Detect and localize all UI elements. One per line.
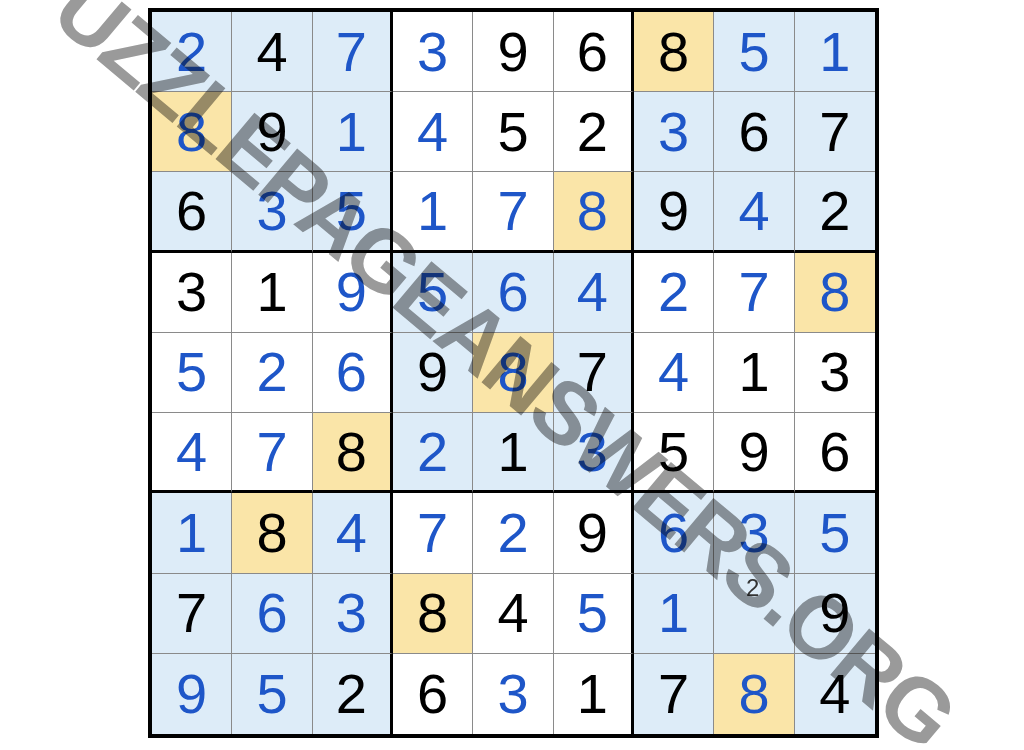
cell-r3c4[interactable]: 1 <box>393 172 473 252</box>
digit: 6 <box>336 344 367 400</box>
cell-r5c6[interactable]: 7 <box>554 333 634 413</box>
cell-r8c8[interactable]: 2 <box>714 574 794 654</box>
cell-r9c4[interactable]: 6 <box>393 654 473 734</box>
cell-r3c7[interactable]: 9 <box>634 172 714 252</box>
digit: 4 <box>658 344 689 400</box>
cell-r8c6[interactable]: 5 <box>554 574 634 654</box>
cell-r2c3[interactable]: 1 <box>313 92 393 172</box>
digit: 1 <box>176 505 207 561</box>
cell-r7c6[interactable]: 9 <box>554 493 634 573</box>
digit: 6 <box>417 666 448 722</box>
cell-r5c8[interactable]: 1 <box>714 333 794 413</box>
digit: 6 <box>497 264 528 320</box>
cell-r8c4[interactable]: 8 <box>393 574 473 654</box>
digit: 3 <box>256 183 287 239</box>
digit: 4 <box>497 585 528 641</box>
cell-r2c8[interactable]: 6 <box>714 92 794 172</box>
digit: 9 <box>417 344 448 400</box>
digit: 4 <box>256 24 287 80</box>
digit: 7 <box>417 505 448 561</box>
cell-r6c1[interactable]: 4 <box>152 413 232 493</box>
cell-r8c9[interactable]: 9 <box>795 574 875 654</box>
digit: 9 <box>658 183 689 239</box>
cell-r3c5[interactable]: 7 <box>473 172 553 252</box>
cell-r6c5[interactable]: 1 <box>473 413 553 493</box>
digit: 5 <box>577 585 608 641</box>
cell-r4c1[interactable]: 3 <box>152 253 232 333</box>
digit: 1 <box>336 104 367 160</box>
digit: 1 <box>658 585 689 641</box>
cell-r8c1[interactable]: 7 <box>152 574 232 654</box>
digit: 3 <box>577 424 608 480</box>
digit: 5 <box>497 104 528 160</box>
cell-r7c1[interactable]: 1 <box>152 493 232 573</box>
cell-r2c1[interactable]: 8 <box>152 92 232 172</box>
digit: 3 <box>819 344 850 400</box>
cell-r1c1[interactable]: 2 <box>152 12 232 92</box>
cell-r1c4[interactable]: 3 <box>393 12 473 92</box>
cell-r8c3[interactable]: 3 <box>313 574 393 654</box>
cell-r1c2[interactable]: 4 <box>232 12 312 92</box>
cell-r3c6[interactable]: 8 <box>554 172 634 252</box>
cell-r4c3[interactable]: 9 <box>313 253 393 333</box>
cell-r6c2[interactable]: 7 <box>232 413 312 493</box>
digit: 4 <box>577 264 608 320</box>
cell-r1c7[interactable]: 8 <box>634 12 714 92</box>
digit: 8 <box>176 104 207 160</box>
cell-r6c9[interactable]: 6 <box>795 413 875 493</box>
digit: 2 <box>336 666 367 722</box>
digit: 3 <box>497 666 528 722</box>
cell-r3c2[interactable]: 3 <box>232 172 312 252</box>
digit: 3 <box>336 585 367 641</box>
digit: 7 <box>497 183 528 239</box>
cell-r7c8[interactable]: 3 <box>714 493 794 573</box>
digit: 8 <box>417 585 448 641</box>
digit: 8 <box>658 24 689 80</box>
digit: 2 <box>417 424 448 480</box>
cell-r9c1[interactable]: 9 <box>152 654 232 734</box>
cell-r5c9[interactable]: 3 <box>795 333 875 413</box>
digit: 4 <box>176 424 207 480</box>
cell-r9c2[interactable]: 5 <box>232 654 312 734</box>
cell-r6c8[interactable]: 9 <box>714 413 794 493</box>
digit: 6 <box>176 183 207 239</box>
digit: 1 <box>577 666 608 722</box>
digit: 9 <box>577 505 608 561</box>
digit: 9 <box>176 666 207 722</box>
digit: 6 <box>738 104 769 160</box>
digit: 4 <box>336 505 367 561</box>
digit: 8 <box>256 505 287 561</box>
cell-r1c3[interactable]: 7 <box>313 12 393 92</box>
cell-r7c9[interactable]: 5 <box>795 493 875 573</box>
cell-r9c6[interactable]: 1 <box>554 654 634 734</box>
digit: 6 <box>819 424 850 480</box>
digit: 5 <box>658 424 689 480</box>
digit: 2 <box>658 264 689 320</box>
digit: 2 <box>497 505 528 561</box>
cell-r8c2[interactable]: 6 <box>232 574 312 654</box>
cell-r8c5[interactable]: 4 <box>473 574 553 654</box>
digit: 4 <box>819 666 850 722</box>
digit: 7 <box>336 24 367 80</box>
digit: 8 <box>577 183 608 239</box>
cell-r3c3[interactable]: 5 <box>313 172 393 252</box>
pencil-mark: 2 <box>746 576 759 600</box>
cell-r8c7[interactable]: 1 <box>634 574 714 654</box>
digit: 8 <box>497 344 528 400</box>
digit: 5 <box>336 183 367 239</box>
cell-r3c8[interactable]: 4 <box>714 172 794 252</box>
cell-r5c5[interactable]: 8 <box>473 333 553 413</box>
digit: 9 <box>336 264 367 320</box>
cell-r2c6[interactable]: 2 <box>554 92 634 172</box>
digit: 2 <box>176 24 207 80</box>
cell-r7c2[interactable]: 8 <box>232 493 312 573</box>
cell-r9c8[interactable]: 8 <box>714 654 794 734</box>
cell-r3c1[interactable]: 6 <box>152 172 232 252</box>
digit: 7 <box>819 104 850 160</box>
cell-r4c5[interactable]: 6 <box>473 253 553 333</box>
digit: 8 <box>819 264 850 320</box>
digit: 5 <box>176 344 207 400</box>
digit: 1 <box>738 344 769 400</box>
cell-r6c3[interactable]: 8 <box>313 413 393 493</box>
cell-r2c7[interactable]: 3 <box>634 92 714 172</box>
cell-r4c2[interactable]: 1 <box>232 253 312 333</box>
digit: 5 <box>256 666 287 722</box>
digit: 7 <box>738 264 769 320</box>
cell-r6c4[interactable]: 2 <box>393 413 473 493</box>
digit: 2 <box>577 104 608 160</box>
cell-r9c9[interactable]: 4 <box>795 654 875 734</box>
cell-r2c4[interactable]: 4 <box>393 92 473 172</box>
digit: 7 <box>577 344 608 400</box>
cell-r7c7[interactable]: 6 <box>634 493 714 573</box>
cell-r5c2[interactable]: 2 <box>232 333 312 413</box>
digit: 3 <box>738 505 769 561</box>
cell-r5c3[interactable]: 6 <box>313 333 393 413</box>
digit: 3 <box>417 24 448 80</box>
digit: 9 <box>497 24 528 80</box>
cell-r9c3[interactable]: 2 <box>313 654 393 734</box>
digit: 7 <box>176 585 207 641</box>
digit: 4 <box>417 104 448 160</box>
digit: 8 <box>336 424 367 480</box>
digit: 5 <box>738 24 769 80</box>
cell-r9c5[interactable]: 3 <box>473 654 553 734</box>
sudoku-board: 2473968518914523676351789423195642785269… <box>148 8 879 738</box>
cell-r5c7[interactable]: 4 <box>634 333 714 413</box>
digit: 1 <box>819 24 850 80</box>
digit: 3 <box>176 264 207 320</box>
digit: 4 <box>738 183 769 239</box>
cell-r4c7[interactable]: 2 <box>634 253 714 333</box>
digit: 2 <box>819 183 850 239</box>
cell-r5c1[interactable]: 5 <box>152 333 232 413</box>
cell-r4c9[interactable]: 8 <box>795 253 875 333</box>
cell-r1c6[interactable]: 6 <box>554 12 634 92</box>
cell-r7c4[interactable]: 7 <box>393 493 473 573</box>
cell-r4c6[interactable]: 4 <box>554 253 634 333</box>
digit: 9 <box>819 585 850 641</box>
digit: 8 <box>738 666 769 722</box>
digit: 1 <box>497 424 528 480</box>
digit: 1 <box>256 264 287 320</box>
cell-r4c8[interactable]: 7 <box>714 253 794 333</box>
cell-r2c2[interactable]: 9 <box>232 92 312 172</box>
cell-r4c4[interactable]: 5 <box>393 253 473 333</box>
digit: 5 <box>417 264 448 320</box>
digit: 5 <box>819 505 850 561</box>
cell-r1c8[interactable]: 5 <box>714 12 794 92</box>
cell-r7c3[interactable]: 4 <box>313 493 393 573</box>
cell-r2c5[interactable]: 5 <box>473 92 553 172</box>
digit: 1 <box>417 183 448 239</box>
digit: 3 <box>658 104 689 160</box>
cell-r6c6[interactable]: 3 <box>554 413 634 493</box>
cell-r1c9[interactable]: 1 <box>795 12 875 92</box>
digit: 7 <box>256 424 287 480</box>
cell-r6c7[interactable]: 5 <box>634 413 714 493</box>
digit: 7 <box>658 666 689 722</box>
digit: 6 <box>658 505 689 561</box>
cell-r1c5[interactable]: 9 <box>473 12 553 92</box>
digit: 2 <box>256 344 287 400</box>
cell-r5c4[interactable]: 9 <box>393 333 473 413</box>
digit: 9 <box>256 104 287 160</box>
cell-r3c9[interactable]: 2 <box>795 172 875 252</box>
cell-r7c5[interactable]: 2 <box>473 493 553 573</box>
digit: 9 <box>738 424 769 480</box>
digit: 6 <box>577 24 608 80</box>
cell-r9c7[interactable]: 7 <box>634 654 714 734</box>
digit: 6 <box>256 585 287 641</box>
cell-r2c9[interactable]: 7 <box>795 92 875 172</box>
